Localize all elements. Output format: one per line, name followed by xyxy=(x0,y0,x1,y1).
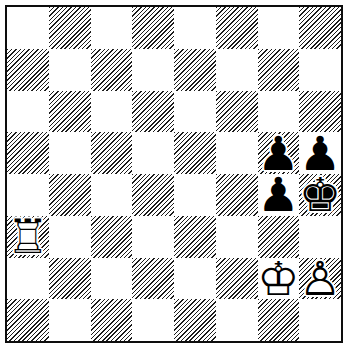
square-f2[interactable] xyxy=(216,258,258,300)
black-pawn: ♟ xyxy=(258,132,300,174)
square-d4[interactable] xyxy=(132,174,174,216)
chess-board: ♟♟♟♚♜♖♚♔♟♙ xyxy=(5,5,343,343)
square-h1[interactable] xyxy=(299,299,341,341)
square-f7[interactable] xyxy=(216,49,258,91)
black-pawn-glyph: ♟ xyxy=(299,132,341,174)
square-a6[interactable] xyxy=(7,91,49,133)
square-a8[interactable] xyxy=(7,7,49,49)
square-h7[interactable] xyxy=(299,49,341,91)
square-c8[interactable] xyxy=(91,7,133,49)
square-a5[interactable] xyxy=(7,132,49,174)
square-b1[interactable] xyxy=(49,299,91,341)
black-king: ♚ xyxy=(299,174,341,216)
square-c3[interactable] xyxy=(91,216,133,258)
square-c7[interactable] xyxy=(91,49,133,91)
black-pawn: ♟ xyxy=(299,132,341,174)
square-g8[interactable] xyxy=(258,7,300,49)
square-b4[interactable] xyxy=(49,174,91,216)
square-e6[interactable] xyxy=(174,91,216,133)
square-f8[interactable] xyxy=(216,7,258,49)
square-f3[interactable] xyxy=(216,216,258,258)
square-f1[interactable] xyxy=(216,299,258,341)
black-pawn-glyph: ♟ xyxy=(258,132,300,174)
square-d5[interactable] xyxy=(132,132,174,174)
square-h8[interactable] xyxy=(299,7,341,49)
black-pawn: ♟ xyxy=(258,174,300,216)
square-a4[interactable] xyxy=(7,174,49,216)
square-e5[interactable] xyxy=(174,132,216,174)
square-d6[interactable] xyxy=(132,91,174,133)
square-b5[interactable] xyxy=(49,132,91,174)
square-d2[interactable] xyxy=(132,258,174,300)
square-f4[interactable] xyxy=(216,174,258,216)
square-b2[interactable] xyxy=(49,258,91,300)
square-b7[interactable] xyxy=(49,49,91,91)
white-king-glyph-fill: ♚ xyxy=(258,258,300,300)
square-c2[interactable] xyxy=(91,258,133,300)
square-e3[interactable] xyxy=(174,216,216,258)
square-h3[interactable] xyxy=(299,216,341,258)
square-e1[interactable] xyxy=(174,299,216,341)
black-pawn-glyph: ♟ xyxy=(258,174,300,216)
square-g4[interactable]: ♟ xyxy=(258,174,300,216)
square-g5[interactable]: ♟ xyxy=(258,132,300,174)
white-king: ♚♔ xyxy=(258,258,300,300)
black-king-glyph: ♚ xyxy=(299,174,341,216)
white-rook-glyph: ♖ xyxy=(7,216,49,258)
square-h2[interactable]: ♟♙ xyxy=(299,258,341,300)
square-d1[interactable] xyxy=(132,299,174,341)
square-g2[interactable]: ♚♔ xyxy=(258,258,300,300)
square-e2[interactable] xyxy=(174,258,216,300)
square-c5[interactable] xyxy=(91,132,133,174)
square-c6[interactable] xyxy=(91,91,133,133)
square-c1[interactable] xyxy=(91,299,133,341)
square-b6[interactable] xyxy=(49,91,91,133)
square-g1[interactable] xyxy=(258,299,300,341)
white-pawn-glyph-fill: ♟ xyxy=(299,258,341,300)
square-g7[interactable] xyxy=(258,49,300,91)
square-d7[interactable] xyxy=(132,49,174,91)
white-king-glyph: ♔ xyxy=(258,258,300,300)
square-b3[interactable] xyxy=(49,216,91,258)
square-h4[interactable]: ♚ xyxy=(299,174,341,216)
square-b8[interactable] xyxy=(49,7,91,49)
square-d8[interactable] xyxy=(132,7,174,49)
square-d3[interactable] xyxy=(132,216,174,258)
square-a2[interactable] xyxy=(7,258,49,300)
square-a3[interactable]: ♜♖ xyxy=(7,216,49,258)
square-h6[interactable] xyxy=(299,91,341,133)
square-f5[interactable] xyxy=(216,132,258,174)
white-rook-glyph-fill: ♜ xyxy=(7,216,49,258)
square-g6[interactable] xyxy=(258,91,300,133)
square-f6[interactable] xyxy=(216,91,258,133)
square-c4[interactable] xyxy=(91,174,133,216)
square-e8[interactable] xyxy=(174,7,216,49)
white-pawn: ♟♙ xyxy=(299,258,341,300)
white-pawn-glyph: ♙ xyxy=(299,258,341,300)
square-h5[interactable]: ♟ xyxy=(299,132,341,174)
square-g3[interactable] xyxy=(258,216,300,258)
square-e7[interactable] xyxy=(174,49,216,91)
square-a7[interactable] xyxy=(7,49,49,91)
white-rook: ♜♖ xyxy=(7,216,49,258)
square-a1[interactable] xyxy=(7,299,49,341)
square-e4[interactable] xyxy=(174,174,216,216)
